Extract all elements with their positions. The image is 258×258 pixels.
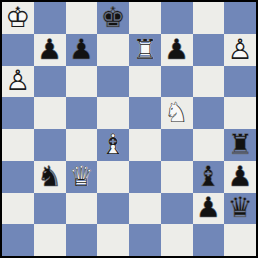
square-b7[interactable]: ♟: [34, 34, 66, 66]
piece-white-queen[interactable]: ♛♕: [66, 161, 98, 193]
piece-white-king[interactable]: ♚♔: [2, 2, 34, 34]
piece-black-bishop[interactable]: ♝: [193, 161, 225, 193]
white-piece-outline: ♙: [224, 34, 256, 66]
square-g1[interactable]: [193, 224, 225, 256]
square-d5[interactable]: [97, 97, 129, 129]
white-piece-body: ♚: [2, 2, 34, 34]
chess-board-frame: ♚♔♚♟♟♜♖♟♟♙♟♙♞♘♝♗♜♞♛♕♝♟♟♛: [0, 0, 258, 258]
square-d2[interactable]: [97, 193, 129, 225]
square-c4[interactable]: [66, 129, 98, 161]
square-h6[interactable]: [224, 66, 256, 98]
square-e4[interactable]: [129, 129, 161, 161]
square-g4[interactable]: [193, 129, 225, 161]
square-h8[interactable]: [224, 2, 256, 34]
square-f7[interactable]: ♟: [161, 34, 193, 66]
square-e7[interactable]: ♜♖: [129, 34, 161, 66]
square-d4[interactable]: ♝♗: [97, 129, 129, 161]
square-e6[interactable]: [129, 66, 161, 98]
square-c2[interactable]: [66, 193, 98, 225]
piece-white-pawn[interactable]: ♟♙: [224, 34, 256, 66]
piece-white-rook[interactable]: ♜♖: [129, 34, 161, 66]
white-piece-outline: ♙: [2, 66, 34, 98]
white-piece-outline: ♕: [66, 161, 98, 193]
square-b3[interactable]: ♞: [34, 161, 66, 193]
black-piece-body: ♟: [193, 193, 225, 225]
piece-black-pawn[interactable]: ♟: [161, 34, 193, 66]
square-f6[interactable]: [161, 66, 193, 98]
square-c8[interactable]: [66, 2, 98, 34]
square-a2[interactable]: [2, 193, 34, 225]
square-b1[interactable]: [34, 224, 66, 256]
square-b5[interactable]: [34, 97, 66, 129]
square-a5[interactable]: [2, 97, 34, 129]
white-piece-body: ♟: [2, 66, 34, 98]
square-d6[interactable]: [97, 66, 129, 98]
square-b6[interactable]: [34, 66, 66, 98]
square-h7[interactable]: ♟♙: [224, 34, 256, 66]
square-h5[interactable]: [224, 97, 256, 129]
piece-white-knight[interactable]: ♞♘: [161, 97, 193, 129]
square-f8[interactable]: [161, 2, 193, 34]
white-piece-body: ♜: [129, 34, 161, 66]
white-piece-body: ♟: [224, 34, 256, 66]
square-e8[interactable]: [129, 2, 161, 34]
square-f5[interactable]: ♞♘: [161, 97, 193, 129]
square-b4[interactable]: [34, 129, 66, 161]
square-c5[interactable]: [66, 97, 98, 129]
square-g3[interactable]: ♝: [193, 161, 225, 193]
piece-black-pawn[interactable]: ♟: [193, 193, 225, 225]
square-e1[interactable]: [129, 224, 161, 256]
piece-black-pawn[interactable]: ♟: [34, 34, 66, 66]
piece-black-king[interactable]: ♚: [97, 2, 129, 34]
piece-white-bishop[interactable]: ♝♗: [97, 129, 129, 161]
white-piece-outline: ♗: [97, 129, 129, 161]
square-d3[interactable]: [97, 161, 129, 193]
square-e2[interactable]: [129, 193, 161, 225]
black-piece-body: ♞: [34, 161, 66, 193]
square-c1[interactable]: [66, 224, 98, 256]
black-piece-body: ♟: [161, 34, 193, 66]
square-b2[interactable]: [34, 193, 66, 225]
square-h2[interactable]: ♛: [224, 193, 256, 225]
square-c7[interactable]: ♟: [66, 34, 98, 66]
square-g5[interactable]: [193, 97, 225, 129]
piece-black-knight[interactable]: ♞: [34, 161, 66, 193]
piece-black-pawn[interactable]: ♟: [224, 161, 256, 193]
white-piece-outline: ♔: [2, 2, 34, 34]
square-g7[interactable]: [193, 34, 225, 66]
square-b8[interactable]: [34, 2, 66, 34]
piece-black-queen[interactable]: ♛: [224, 193, 256, 225]
square-g2[interactable]: ♟: [193, 193, 225, 225]
square-c6[interactable]: [66, 66, 98, 98]
square-a8[interactable]: ♚♔: [2, 2, 34, 34]
square-d7[interactable]: [97, 34, 129, 66]
piece-black-pawn[interactable]: ♟: [66, 34, 98, 66]
square-h1[interactable]: [224, 224, 256, 256]
square-f3[interactable]: [161, 161, 193, 193]
square-f2[interactable]: [161, 193, 193, 225]
square-a3[interactable]: [2, 161, 34, 193]
black-piece-body: ♛: [224, 193, 256, 225]
square-a4[interactable]: [2, 129, 34, 161]
white-piece-body: ♞: [161, 97, 193, 129]
square-f1[interactable]: [161, 224, 193, 256]
black-piece-body: ♟: [34, 34, 66, 66]
piece-black-rook[interactable]: ♜: [224, 129, 256, 161]
black-piece-body: ♟: [224, 161, 256, 193]
square-a6[interactable]: ♟♙: [2, 66, 34, 98]
square-g6[interactable]: [193, 66, 225, 98]
piece-white-pawn[interactable]: ♟♙: [2, 66, 34, 98]
white-piece-body: ♛: [66, 161, 98, 193]
square-e5[interactable]: [129, 97, 161, 129]
black-piece-body: ♜: [224, 129, 256, 161]
square-d1[interactable]: [97, 224, 129, 256]
square-f4[interactable]: [161, 129, 193, 161]
square-a1[interactable]: [2, 224, 34, 256]
white-piece-outline: ♖: [129, 34, 161, 66]
square-g8[interactable]: [193, 2, 225, 34]
white-piece-body: ♝: [97, 129, 129, 161]
square-h3[interactable]: ♟: [224, 161, 256, 193]
white-piece-outline: ♘: [161, 97, 193, 129]
black-piece-body: ♝: [193, 161, 225, 193]
square-e3[interactable]: [129, 161, 161, 193]
square-c3[interactable]: ♛♕: [66, 161, 98, 193]
black-piece-body: ♟: [66, 34, 98, 66]
black-piece-body: ♚: [97, 2, 129, 34]
square-h4[interactable]: ♜: [224, 129, 256, 161]
chess-board: ♚♔♚♟♟♜♖♟♟♙♟♙♞♘♝♗♜♞♛♕♝♟♟♛: [2, 2, 256, 256]
square-d8[interactable]: ♚: [97, 2, 129, 34]
square-a7[interactable]: [2, 34, 34, 66]
